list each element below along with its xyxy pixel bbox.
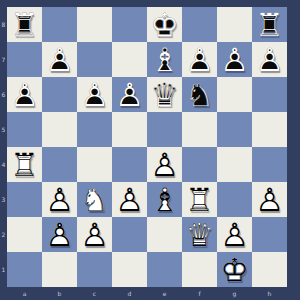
piece-white-knight[interactable]: ♞♘: [77, 182, 112, 217]
square-c1[interactable]: [77, 252, 112, 287]
square-f7[interactable]: ♟♙: [182, 42, 217, 77]
rank-label-6: 6: [0, 77, 7, 112]
square-e7[interactable]: ♝♗: [147, 42, 182, 77]
piece-fill-layer: ♝: [147, 42, 182, 77]
square-e2[interactable]: [147, 217, 182, 252]
piece-fill-layer: ♛: [182, 217, 217, 252]
square-g1[interactable]: ♚♔: [217, 252, 252, 287]
rank-label-8: 8: [0, 7, 7, 42]
piece-black-pawn[interactable]: ♟♙: [182, 42, 217, 77]
square-b6[interactable]: [42, 77, 77, 112]
rank-label-7: 7: [0, 42, 7, 77]
piece-white-king[interactable]: ♚♔: [217, 252, 252, 287]
square-c8[interactable]: [77, 7, 112, 42]
square-c6[interactable]: ♟♙: [77, 77, 112, 112]
square-a6[interactable]: ♟♙: [7, 77, 42, 112]
square-f1[interactable]: [182, 252, 217, 287]
square-b8[interactable]: [42, 7, 77, 42]
piece-outline-layer: ♙: [77, 217, 112, 252]
square-a5[interactable]: [7, 112, 42, 147]
square-h8[interactable]: ♜♖: [252, 7, 287, 42]
piece-outline-layer: ♔: [147, 7, 182, 42]
square-c5[interactable]: [77, 112, 112, 147]
piece-outline-layer: ♙: [7, 77, 42, 112]
square-b4[interactable]: [42, 147, 77, 182]
piece-outline-layer: ♘: [77, 182, 112, 217]
piece-outline-layer: ♙: [112, 182, 147, 217]
piece-white-rook[interactable]: ♜♖: [182, 182, 217, 217]
piece-black-king[interactable]: ♚♔: [147, 7, 182, 42]
piece-black-pawn[interactable]: ♟♙: [77, 77, 112, 112]
square-f6[interactable]: ♞♘: [182, 77, 217, 112]
square-c3[interactable]: ♞♘: [77, 182, 112, 217]
square-d8[interactable]: [112, 7, 147, 42]
piece-fill-layer: ♟: [147, 147, 182, 182]
chess-board-frame: ♜♖♚♔♜♖♟♙♝♗♟♙♟♙♟♙♟♙♟♙♟♙♛♕♞♘♜♖♟♙♟♙♞♘♟♙♝♗♜♖…: [0, 0, 300, 300]
piece-outline-layer: ♙: [42, 182, 77, 217]
piece-outline-layer: ♗: [147, 182, 182, 217]
square-d4[interactable]: [112, 147, 147, 182]
piece-fill-layer: ♜: [7, 7, 42, 42]
piece-outline-layer: ♖: [252, 7, 287, 42]
piece-fill-layer: ♟: [182, 42, 217, 77]
piece-black-queen[interactable]: ♛♕: [147, 77, 182, 112]
piece-outline-layer: ♙: [42, 217, 77, 252]
square-g6[interactable]: [217, 77, 252, 112]
square-g8[interactable]: [217, 7, 252, 42]
square-d7[interactable]: [112, 42, 147, 77]
piece-fill-layer: ♜: [7, 147, 42, 182]
square-e3[interactable]: ♝♗: [147, 182, 182, 217]
square-a4[interactable]: ♜♖: [7, 147, 42, 182]
file-label-c: c: [77, 287, 112, 300]
piece-fill-layer: ♟: [217, 42, 252, 77]
square-d2[interactable]: [112, 217, 147, 252]
piece-white-pawn[interactable]: ♟♙: [252, 182, 287, 217]
piece-black-pawn[interactable]: ♟♙: [112, 77, 147, 112]
piece-outline-layer: ♖: [7, 147, 42, 182]
piece-fill-layer: ♟: [112, 182, 147, 217]
piece-fill-layer: ♚: [217, 252, 252, 287]
piece-outline-layer: ♖: [182, 182, 217, 217]
piece-outline-layer: ♙: [42, 42, 77, 77]
square-h7[interactable]: ♟♙: [252, 42, 287, 77]
square-g7[interactable]: ♟♙: [217, 42, 252, 77]
square-a2[interactable]: [7, 217, 42, 252]
square-c7[interactable]: [77, 42, 112, 77]
square-a7[interactable]: [7, 42, 42, 77]
piece-white-pawn[interactable]: ♟♙: [42, 182, 77, 217]
square-f8[interactable]: [182, 7, 217, 42]
piece-fill-layer: ♟: [42, 182, 77, 217]
piece-fill-layer: ♜: [182, 182, 217, 217]
piece-fill-layer: ♟: [42, 42, 77, 77]
file-label-d: d: [112, 287, 147, 300]
piece-fill-layer: ♜: [252, 7, 287, 42]
piece-outline-layer: ♖: [7, 7, 42, 42]
piece-fill-layer: ♞: [182, 77, 217, 112]
square-d1[interactable]: [112, 252, 147, 287]
piece-fill-layer: ♚: [147, 7, 182, 42]
square-g2[interactable]: ♟♙: [217, 217, 252, 252]
piece-outline-layer: ♘: [182, 77, 217, 112]
square-h1[interactable]: [252, 252, 287, 287]
piece-fill-layer: ♟: [42, 217, 77, 252]
piece-black-rook[interactable]: ♜♖: [252, 7, 287, 42]
piece-white-pawn[interactable]: ♟♙: [112, 182, 147, 217]
square-b7[interactable]: ♟♙: [42, 42, 77, 77]
square-h6[interactable]: [252, 77, 287, 112]
square-e5[interactable]: [147, 112, 182, 147]
square-d6[interactable]: ♟♙: [112, 77, 147, 112]
piece-fill-layer: ♝: [147, 182, 182, 217]
square-h3[interactable]: ♟♙: [252, 182, 287, 217]
square-f5[interactable]: [182, 112, 217, 147]
piece-black-bishop[interactable]: ♝♗: [147, 42, 182, 77]
piece-white-pawn[interactable]: ♟♙: [77, 217, 112, 252]
square-h5[interactable]: [252, 112, 287, 147]
piece-outline-layer: ♙: [77, 77, 112, 112]
square-a1[interactable]: [7, 252, 42, 287]
piece-outline-layer: ♔: [217, 252, 252, 287]
square-g3[interactable]: [217, 182, 252, 217]
piece-fill-layer: ♟: [77, 77, 112, 112]
piece-white-pawn[interactable]: ♟♙: [42, 217, 77, 252]
piece-black-pawn[interactable]: ♟♙: [7, 77, 42, 112]
square-e1[interactable]: [147, 252, 182, 287]
square-b3[interactable]: ♟♙: [42, 182, 77, 217]
square-h4[interactable]: [252, 147, 287, 182]
piece-outline-layer: ♙: [217, 42, 252, 77]
piece-fill-layer: ♟: [252, 182, 287, 217]
piece-outline-layer: ♗: [147, 42, 182, 77]
piece-fill-layer: ♟: [217, 217, 252, 252]
piece-black-rook[interactable]: ♜♖: [7, 7, 42, 42]
file-label-b: b: [42, 287, 77, 300]
rank-label-2: 2: [0, 217, 7, 252]
rank-label-4: 4: [0, 147, 7, 182]
piece-fill-layer: ♟: [7, 77, 42, 112]
square-a8[interactable]: ♜♖: [7, 7, 42, 42]
piece-white-rook[interactable]: ♜♖: [7, 147, 42, 182]
square-b5[interactable]: [42, 112, 77, 147]
piece-black-pawn[interactable]: ♟♙: [217, 42, 252, 77]
square-e6[interactable]: ♛♕: [147, 77, 182, 112]
file-label-e: e: [147, 287, 182, 300]
piece-fill-layer: ♟: [112, 77, 147, 112]
square-e8[interactable]: ♚♔: [147, 7, 182, 42]
square-f2[interactable]: ♛♕: [182, 217, 217, 252]
rank-label-1: 1: [0, 252, 7, 287]
square-g4[interactable]: [217, 147, 252, 182]
piece-black-knight[interactable]: ♞♘: [182, 77, 217, 112]
piece-fill-layer: ♛: [147, 77, 182, 112]
rank-label-5: 5: [0, 112, 7, 147]
square-h2[interactable]: [252, 217, 287, 252]
piece-black-pawn[interactable]: ♟♙: [252, 42, 287, 77]
piece-outline-layer: ♙: [252, 42, 287, 77]
square-c4[interactable]: [77, 147, 112, 182]
square-a3[interactable]: [7, 182, 42, 217]
piece-fill-layer: ♟: [77, 217, 112, 252]
piece-outline-layer: ♙: [252, 182, 287, 217]
piece-white-bishop[interactable]: ♝♗: [147, 182, 182, 217]
square-d5[interactable]: [112, 112, 147, 147]
square-f3[interactable]: ♜♖: [182, 182, 217, 217]
square-g5[interactable]: [217, 112, 252, 147]
piece-outline-layer: ♙: [182, 42, 217, 77]
square-e4[interactable]: ♟♙: [147, 147, 182, 182]
square-b1[interactable]: [42, 252, 77, 287]
file-label-a: a: [7, 287, 42, 300]
chess-board: ♜♖♚♔♜♖♟♙♝♗♟♙♟♙♟♙♟♙♟♙♟♙♛♕♞♘♜♖♟♙♟♙♞♘♟♙♝♗♜♖…: [7, 7, 287, 287]
square-f4[interactable]: [182, 147, 217, 182]
piece-outline-layer: ♕: [147, 77, 182, 112]
piece-white-pawn[interactable]: ♟♙: [147, 147, 182, 182]
piece-fill-layer: ♟: [252, 42, 287, 77]
piece-outline-layer: ♙: [112, 77, 147, 112]
square-c2[interactable]: ♟♙: [77, 217, 112, 252]
square-d3[interactable]: ♟♙: [112, 182, 147, 217]
piece-black-pawn[interactable]: ♟♙: [42, 42, 77, 77]
file-label-h: h: [252, 287, 287, 300]
rank-label-3: 3: [0, 182, 7, 217]
piece-white-queen[interactable]: ♛♕: [182, 217, 217, 252]
file-label-f: f: [182, 287, 217, 300]
square-b2[interactable]: ♟♙: [42, 217, 77, 252]
piece-fill-layer: ♞: [77, 182, 112, 217]
file-label-g: g: [217, 287, 252, 300]
piece-outline-layer: ♕: [182, 217, 217, 252]
piece-white-pawn[interactable]: ♟♙: [217, 217, 252, 252]
piece-outline-layer: ♙: [217, 217, 252, 252]
piece-outline-layer: ♙: [147, 147, 182, 182]
